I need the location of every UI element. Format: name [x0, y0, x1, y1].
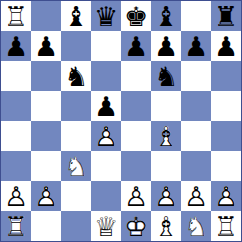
white-bishop-outline-glyph: ♗	[151, 121, 181, 151]
square-d2[interactable]	[91, 181, 121, 211]
white-pawn-outline-glyph: ♙	[121, 181, 151, 211]
square-c2[interactable]	[61, 181, 91, 211]
piece-black-pawn[interactable]: ♟	[211, 31, 241, 61]
square-d8[interactable]: ♛	[91, 1, 121, 31]
square-f5[interactable]	[151, 91, 181, 121]
piece-white-pawn[interactable]: ♟♙	[211, 181, 241, 211]
piece-white-pawn[interactable]: ♟♙	[181, 181, 211, 211]
piece-white-queen[interactable]: ♛♕	[91, 211, 121, 241]
white-pawn-outline-glyph: ♙	[1, 181, 31, 211]
square-b1[interactable]	[31, 211, 61, 241]
square-c6[interactable]: ♞	[61, 61, 91, 91]
piece-black-king[interactable]: ♚	[121, 1, 151, 31]
square-b5[interactable]	[31, 91, 61, 121]
piece-black-knight[interactable]: ♞	[61, 61, 91, 91]
square-a4[interactable]	[1, 121, 31, 151]
white-king-outline-glyph: ♔	[121, 211, 151, 241]
piece-black-pawn[interactable]: ♟	[151, 31, 181, 61]
square-h2[interactable]: ♟♙	[211, 181, 241, 211]
white-pawn-outline-glyph: ♙	[181, 181, 211, 211]
square-d5[interactable]: ♟	[91, 91, 121, 121]
piece-white-rook[interactable]: ♜♖	[1, 1, 31, 31]
square-f6[interactable]: ♞	[151, 61, 181, 91]
piece-white-rook[interactable]: ♜♖	[211, 211, 241, 241]
piece-black-knight[interactable]: ♞	[151, 61, 181, 91]
piece-white-pawn[interactable]: ♟♙	[31, 181, 61, 211]
white-queen-outline-glyph: ♕	[91, 211, 121, 241]
piece-black-pawn[interactable]: ♟	[31, 31, 61, 61]
black-bishop-glyph: ♝	[151, 1, 181, 31]
square-c1[interactable]	[61, 211, 91, 241]
square-e3[interactable]	[121, 151, 151, 181]
black-pawn-glyph: ♟	[181, 31, 211, 61]
square-c7[interactable]	[61, 31, 91, 61]
square-a6[interactable]	[1, 61, 31, 91]
white-pawn-outline-glyph: ♙	[91, 121, 121, 151]
black-pawn-glyph: ♟	[211, 31, 241, 61]
square-a7[interactable]: ♟	[1, 31, 31, 61]
piece-white-bishop[interactable]: ♝♗	[151, 121, 181, 151]
square-e6[interactable]	[121, 61, 151, 91]
square-h6[interactable]	[211, 61, 241, 91]
black-king-glyph: ♚	[121, 1, 151, 31]
piece-white-pawn[interactable]: ♟♙	[151, 181, 181, 211]
square-g1[interactable]: ♞♘	[181, 211, 211, 241]
black-pawn-glyph: ♟	[91, 91, 121, 121]
piece-white-rook[interactable]: ♜♖	[1, 211, 31, 241]
square-c8[interactable]: ♝	[61, 1, 91, 31]
square-a3[interactable]	[1, 151, 31, 181]
black-bishop-glyph: ♝	[61, 1, 91, 31]
piece-white-pawn[interactable]: ♟♙	[91, 121, 121, 151]
piece-black-queen[interactable]: ♛	[91, 1, 121, 31]
black-knight-glyph: ♞	[61, 61, 91, 91]
black-knight-glyph: ♞	[151, 61, 181, 91]
black-pawn-glyph: ♟	[121, 31, 151, 61]
square-d7[interactable]	[91, 31, 121, 61]
piece-black-rook[interactable]: ♜	[211, 1, 241, 31]
piece-black-pawn[interactable]: ♟	[91, 91, 121, 121]
square-f7[interactable]: ♟	[151, 31, 181, 61]
square-f4[interactable]: ♝♗	[151, 121, 181, 151]
white-pawn-outline-glyph: ♙	[211, 181, 241, 211]
square-h3[interactable]	[211, 151, 241, 181]
square-f8[interactable]: ♝	[151, 1, 181, 31]
square-b8[interactable]	[31, 1, 61, 31]
square-b2[interactable]: ♟♙	[31, 181, 61, 211]
square-b4[interactable]	[31, 121, 61, 151]
square-a2[interactable]: ♟♙	[1, 181, 31, 211]
square-g2[interactable]: ♟♙	[181, 181, 211, 211]
piece-black-bishop[interactable]: ♝	[151, 1, 181, 31]
white-knight-outline-glyph: ♘	[181, 211, 211, 241]
square-h4[interactable]	[211, 121, 241, 151]
piece-white-bishop[interactable]: ♝♗	[151, 211, 181, 241]
square-e2[interactable]: ♟♙	[121, 181, 151, 211]
square-c4[interactable]	[61, 121, 91, 151]
white-knight-outline-glyph: ♘	[61, 151, 91, 181]
square-e8[interactable]: ♚	[121, 1, 151, 31]
square-f3[interactable]	[151, 151, 181, 181]
square-b6[interactable]	[31, 61, 61, 91]
square-a5[interactable]	[1, 91, 31, 121]
piece-black-bishop[interactable]: ♝	[61, 1, 91, 31]
square-g6[interactable]	[181, 61, 211, 91]
piece-white-king[interactable]: ♚♔	[121, 211, 151, 241]
black-pawn-glyph: ♟	[1, 31, 31, 61]
square-e7[interactable]: ♟	[121, 31, 151, 61]
square-h5[interactable]	[211, 91, 241, 121]
square-g7[interactable]: ♟	[181, 31, 211, 61]
square-e4[interactable]	[121, 121, 151, 151]
square-d3[interactable]	[91, 151, 121, 181]
piece-black-pawn[interactable]: ♟	[1, 31, 31, 61]
white-pawn-outline-glyph: ♙	[151, 181, 181, 211]
white-pawn-outline-glyph: ♙	[31, 181, 61, 211]
black-rook-glyph: ♜	[211, 1, 241, 31]
square-g3[interactable]	[181, 151, 211, 181]
square-b7[interactable]: ♟	[31, 31, 61, 61]
square-d6[interactable]	[91, 61, 121, 91]
black-pawn-glyph: ♟	[31, 31, 61, 61]
square-d4[interactable]: ♟♙	[91, 121, 121, 151]
square-f2[interactable]: ♟♙	[151, 181, 181, 211]
square-g5[interactable]	[181, 91, 211, 121]
piece-white-pawn[interactable]: ♟♙	[121, 181, 151, 211]
piece-black-pawn[interactable]: ♟	[181, 31, 211, 61]
square-a1[interactable]: ♜♖	[1, 211, 31, 241]
black-queen-glyph: ♛	[91, 1, 121, 31]
square-b3[interactable]	[31, 151, 61, 181]
piece-black-pawn[interactable]: ♟	[121, 31, 151, 61]
square-a8[interactable]: ♜♖	[1, 1, 31, 31]
square-e5[interactable]	[121, 91, 151, 121]
square-e1[interactable]: ♚♔	[121, 211, 151, 241]
square-h1[interactable]: ♜♖	[211, 211, 241, 241]
white-rook-outline-glyph: ♖	[1, 1, 31, 31]
piece-white-pawn[interactable]: ♟♙	[1, 181, 31, 211]
piece-white-knight[interactable]: ♞♘	[61, 151, 91, 181]
square-g4[interactable]	[181, 121, 211, 151]
square-g8[interactable]	[181, 1, 211, 31]
square-f1[interactable]: ♝♗	[151, 211, 181, 241]
black-pawn-glyph: ♟	[151, 31, 181, 61]
square-d1[interactable]: ♛♕	[91, 211, 121, 241]
square-h8[interactable]: ♜	[211, 1, 241, 31]
white-bishop-outline-glyph: ♗	[151, 211, 181, 241]
piece-white-knight[interactable]: ♞♘	[181, 211, 211, 241]
white-rook-outline-glyph: ♖	[211, 211, 241, 241]
white-rook-outline-glyph: ♖	[1, 211, 31, 241]
chess-board: ♜♖♝♛♚♝♜♟♟♟♟♟♟♞♞♟♟♙♝♗♞♘♟♙♟♙♟♙♟♙♟♙♟♙♜♖♛♕♚♔…	[0, 0, 242, 242]
square-c3[interactable]: ♞♘	[61, 151, 91, 181]
square-c5[interactable]	[61, 91, 91, 121]
square-h7[interactable]: ♟	[211, 31, 241, 61]
